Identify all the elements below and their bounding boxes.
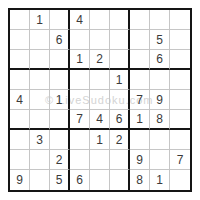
cell-r5c6[interactable] [110,90,130,110]
cell-r9c1[interactable]: 9 [10,170,30,190]
cell-r5c7[interactable]: 7 [130,90,150,110]
cell-r7c6[interactable]: 2 [110,130,130,150]
sudoku-page: © LiveSudoku.com 14651261417974618312297… [0,0,200,200]
cell-r7c5[interactable]: 1 [90,130,110,150]
cell-r1c8[interactable] [150,10,170,30]
cell-r5c2[interactable] [30,90,50,110]
cell-r6c1[interactable] [10,110,30,130]
cell-r7c4[interactable] [70,130,90,150]
cell-r3c9[interactable] [170,50,190,70]
cell-r1c3[interactable] [50,10,70,30]
cell-r9c6[interactable] [110,170,130,190]
sudoku-grid: 1465126141797461831229795681 [8,8,192,192]
cell-r4c8[interactable] [150,70,170,90]
cell-r1c6[interactable] [110,10,130,30]
cell-r4c5[interactable] [90,70,110,90]
cell-r4c4[interactable] [70,70,90,90]
cell-r5c4[interactable] [70,90,90,110]
cell-r2c4[interactable] [70,30,90,50]
cell-r4c3[interactable] [50,70,70,90]
cell-r6c7[interactable]: 1 [130,110,150,130]
cell-r7c7[interactable] [130,130,150,150]
cell-r9c5[interactable] [90,170,110,190]
cell-r5c1[interactable]: 4 [10,90,30,110]
cell-r8c5[interactable] [90,150,110,170]
cell-r8c6[interactable] [110,150,130,170]
cell-r7c3[interactable] [50,130,70,150]
cell-r4c2[interactable] [30,70,50,90]
cell-r9c7[interactable]: 8 [130,170,150,190]
cell-r3c7[interactable] [130,50,150,70]
cell-r5c9[interactable] [170,90,190,110]
cell-r8c1[interactable] [10,150,30,170]
cell-r3c6[interactable] [110,50,130,70]
cell-r4c6[interactable]: 1 [110,70,130,90]
cell-r2c5[interactable] [90,30,110,50]
cell-r2c9[interactable] [170,30,190,50]
cell-r6c8[interactable]: 8 [150,110,170,130]
cell-r8c3[interactable]: 2 [50,150,70,170]
cell-r6c6[interactable]: 6 [110,110,130,130]
cell-r6c5[interactable]: 4 [90,110,110,130]
cell-r6c9[interactable] [170,110,190,130]
cell-r4c9[interactable] [170,70,190,90]
cell-r5c8[interactable]: 9 [150,90,170,110]
cell-r2c1[interactable] [10,30,30,50]
cell-r3c2[interactable] [30,50,50,70]
cell-r1c2[interactable]: 1 [30,10,50,30]
cell-r1c9[interactable] [170,10,190,30]
cell-r2c6[interactable] [110,30,130,50]
cell-r8c8[interactable] [150,150,170,170]
cell-r3c1[interactable] [10,50,30,70]
cell-r1c5[interactable] [90,10,110,30]
cell-r5c5[interactable] [90,90,110,110]
cell-r3c4[interactable]: 1 [70,50,90,70]
cell-r1c4[interactable]: 4 [70,10,90,30]
cell-r8c4[interactable] [70,150,90,170]
cell-r9c8[interactable]: 1 [150,170,170,190]
cell-r2c2[interactable] [30,30,50,50]
cell-r3c3[interactable] [50,50,70,70]
cell-r8c2[interactable] [30,150,50,170]
cell-r7c2[interactable]: 3 [30,130,50,150]
cell-r7c8[interactable] [150,130,170,150]
cell-r1c7[interactable] [130,10,150,30]
cell-r2c3[interactable]: 6 [50,30,70,50]
cell-r2c7[interactable] [130,30,150,50]
cell-r9c4[interactable]: 6 [70,170,90,190]
cell-r3c8[interactable]: 6 [150,50,170,70]
cell-r3c5[interactable]: 2 [90,50,110,70]
cell-r9c9[interactable] [170,170,190,190]
cell-r2c8[interactable]: 5 [150,30,170,50]
cell-r8c9[interactable]: 7 [170,150,190,170]
cell-r6c3[interactable] [50,110,70,130]
cell-r6c2[interactable] [30,110,50,130]
cell-r4c1[interactable] [10,70,30,90]
sudoku-board: © LiveSudoku.com 14651261417974618312297… [8,8,192,192]
cell-r7c9[interactable] [170,130,190,150]
cell-r6c4[interactable]: 7 [70,110,90,130]
cell-r5c3[interactable]: 1 [50,90,70,110]
cell-r4c7[interactable] [130,70,150,90]
cell-r9c2[interactable] [30,170,50,190]
cell-r1c1[interactable] [10,10,30,30]
cell-r9c3[interactable]: 5 [50,170,70,190]
cell-r7c1[interactable] [10,130,30,150]
cell-r8c7[interactable]: 9 [130,150,150,170]
